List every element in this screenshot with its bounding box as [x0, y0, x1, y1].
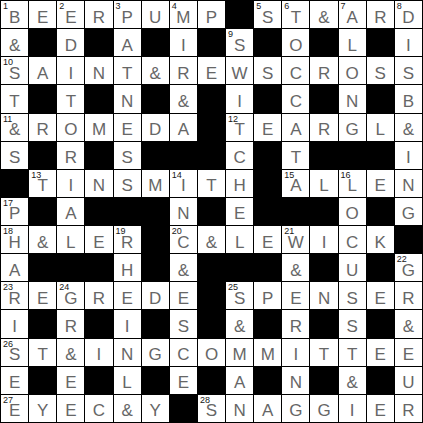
cell-r12c3[interactable]: I	[85, 339, 112, 366]
cell-letter: &	[150, 65, 161, 82]
cell-r4c5[interactable]: D	[142, 114, 169, 141]
cell-letter: L	[122, 374, 131, 391]
cell-letter: S	[234, 290, 245, 307]
cell-letter: E	[375, 290, 386, 307]
cell-r14c12[interactable]: I	[339, 395, 366, 422]
cell-letter: &	[318, 9, 329, 26]
cell-r8c2[interactable]: L	[57, 226, 84, 253]
cell-r7c0[interactable]: 17P	[1, 198, 28, 225]
cell-letter: H	[121, 262, 133, 279]
cell-letter: &	[178, 262, 189, 279]
cell-r1c4[interactable]: A	[114, 29, 141, 56]
cell-letter: R	[402, 290, 414, 307]
cell-letter: C	[93, 402, 105, 419]
cell-letter: G	[289, 402, 302, 419]
black-cell-r1c13	[367, 29, 394, 56]
cell-r4c10[interactable]: A	[282, 114, 309, 141]
cell-r8c0[interactable]: 18H	[1, 226, 28, 253]
cell-letter: S	[234, 37, 245, 54]
cell-letter: D	[402, 9, 414, 26]
cell-r7c8[interactable]: E	[226, 198, 253, 225]
cell-r4c3[interactable]: M	[85, 114, 112, 141]
cell-r1c2[interactable]: D	[57, 29, 84, 56]
cell-letter: D	[65, 37, 77, 54]
cell-r5c8[interactable]: C	[226, 142, 253, 169]
black-cell-r7c1	[29, 198, 56, 225]
cell-r9c4[interactable]: H	[114, 254, 141, 281]
cell-r12c13[interactable]: E	[367, 339, 394, 366]
cell-r6c1[interactable]: 13T	[29, 170, 56, 197]
cell-r6c14[interactable]: N	[395, 170, 422, 197]
cell-r4c12[interactable]: G	[339, 114, 366, 141]
clue-number-25: 25	[228, 282, 238, 292]
cell-letter: M	[92, 121, 106, 138]
cell-r12c5[interactable]: G	[142, 339, 169, 366]
cell-r2c0[interactable]: 10S	[1, 57, 28, 84]
black-cell-r9c2	[57, 254, 84, 281]
cell-r8c12[interactable]: C	[339, 226, 366, 253]
cell-letter: H	[233, 177, 245, 194]
cell-letter: L	[319, 177, 328, 194]
cell-r0c6[interactable]: 4M	[170, 1, 197, 28]
cell-letter: E	[37, 290, 48, 307]
cell-r8c13[interactable]: K	[367, 226, 394, 253]
cell-r6c7[interactable]: T	[198, 170, 225, 197]
cell-r0c9[interactable]: 5S	[254, 1, 281, 28]
cell-letter: A	[290, 121, 301, 138]
cell-r6c2[interactable]: I	[57, 170, 84, 197]
cell-r10c1[interactable]: E	[29, 282, 56, 309]
cell-r4c14[interactable]: &	[395, 114, 422, 141]
cell-r11c0[interactable]: I	[1, 310, 28, 337]
cell-r11c14[interactable]: &	[395, 310, 422, 337]
black-cell-r9c8	[226, 254, 253, 281]
black-cell-r4c7	[198, 114, 225, 141]
black-cell-r1c11	[310, 29, 337, 56]
black-cell-r13c9	[254, 367, 281, 394]
cell-letter: E	[178, 290, 189, 307]
cell-r10c11[interactable]: N	[310, 282, 337, 309]
cell-r8c6[interactable]: 20C	[170, 226, 197, 253]
cell-letter: R	[318, 65, 330, 82]
cell-r14c2[interactable]: E	[57, 395, 84, 422]
cell-r2c10[interactable]: C	[282, 57, 309, 84]
cell-letter: C	[233, 149, 245, 166]
cell-letter: N	[121, 346, 133, 363]
clue-number-19: 19	[116, 226, 126, 236]
cell-r13c0[interactable]: E	[1, 367, 28, 394]
clue-number-4: 4	[172, 1, 177, 11]
clue-number-6: 6	[284, 1, 289, 11]
cell-letter: &	[403, 318, 414, 335]
cell-letter: A	[178, 121, 189, 138]
cell-r5c10[interactable]: T	[282, 142, 309, 169]
cell-r10c13[interactable]: E	[367, 282, 394, 309]
cell-r9c6[interactable]: &	[170, 254, 197, 281]
cell-letter: Y	[37, 402, 48, 419]
cell-r2c1[interactable]: A	[29, 57, 56, 84]
cell-r1c8[interactable]: 9S	[226, 29, 253, 56]
cell-r2c5[interactable]: &	[142, 57, 169, 84]
cell-letter: N	[402, 177, 414, 194]
black-cell-r7c4	[114, 198, 141, 225]
cell-r4c1[interactable]: R	[29, 114, 56, 141]
cell-r2c6[interactable]: R	[170, 57, 197, 84]
cell-r9c14[interactable]: 22G	[395, 254, 422, 281]
cell-r13c4[interactable]: L	[114, 367, 141, 394]
cell-r12c0[interactable]: 26S	[1, 339, 28, 366]
cell-r3c10[interactable]: C	[282, 85, 309, 112]
cell-r1c0[interactable]: &	[1, 29, 28, 56]
black-cell-r13c1	[29, 367, 56, 394]
black-cell-r8c5	[142, 226, 169, 253]
cell-r4c11[interactable]: R	[310, 114, 337, 141]
cell-r8c10[interactable]: 21W	[282, 226, 309, 253]
cell-letter: R	[121, 234, 133, 251]
cell-r14c4[interactable]: &	[114, 395, 141, 422]
black-cell-r5c5	[142, 142, 169, 169]
cell-r9c10[interactable]: &	[282, 254, 309, 281]
cell-r12c9[interactable]: M	[254, 339, 281, 366]
black-cell-r3c13	[367, 85, 394, 112]
cell-letter: O	[346, 205, 359, 222]
cell-letter: I	[125, 318, 130, 335]
cell-r12c6[interactable]: C	[170, 339, 197, 366]
black-cell-r13c3	[85, 367, 112, 394]
black-cell-r7c9	[254, 198, 281, 225]
clue-number-16: 16	[341, 170, 351, 180]
cell-letter: I	[181, 177, 186, 194]
cell-r6c6[interactable]: 14I	[170, 170, 197, 197]
cell-r11c2[interactable]: R	[57, 310, 84, 337]
cell-r10c12[interactable]: S	[339, 282, 366, 309]
cell-letter: E	[65, 374, 76, 391]
cell-r8c3[interactable]: E	[85, 226, 112, 253]
cell-r12c4[interactable]: N	[114, 339, 141, 366]
cell-letter: G	[402, 262, 415, 279]
cell-letter: S	[346, 318, 357, 335]
cell-r4c13[interactable]: L	[367, 114, 394, 141]
cell-letter: O	[346, 65, 359, 82]
black-cell-r11c1	[29, 310, 56, 337]
cell-r12c1[interactable]: T	[29, 339, 56, 366]
cell-letter: &	[9, 121, 20, 138]
cell-letter: G	[402, 205, 415, 222]
cell-r3c6[interactable]: &	[170, 85, 197, 112]
cell-r0c12[interactable]: 7A	[339, 1, 366, 28]
clue-number-17: 17	[3, 198, 13, 208]
black-cell-r10c7	[198, 282, 225, 309]
cell-letter: I	[68, 177, 73, 194]
cell-r8c11[interactable]: I	[310, 226, 337, 253]
cell-letter: O	[64, 121, 77, 138]
cell-r4c9[interactable]: E	[254, 114, 281, 141]
cell-r1c14[interactable]: I	[395, 29, 422, 56]
cell-r10c9[interactable]: P	[254, 282, 281, 309]
cell-r5c2[interactable]: R	[57, 142, 84, 169]
cell-r6c13[interactable]: E	[367, 170, 394, 197]
cell-r3c8[interactable]: I	[226, 85, 253, 112]
cell-r2c8[interactable]: W	[226, 57, 253, 84]
cell-letter: R	[65, 149, 77, 166]
cell-r9c12[interactable]: U	[339, 254, 366, 281]
cell-r0c5[interactable]: U	[142, 1, 169, 28]
cell-r12c11[interactable]: T	[310, 339, 337, 366]
cell-r14c1[interactable]: Y	[29, 395, 56, 422]
cell-letter: A	[290, 177, 301, 194]
cell-r14c0[interactable]: 27E	[1, 395, 28, 422]
cell-r13c2[interactable]: E	[57, 367, 84, 394]
black-cell-r3c5	[142, 85, 169, 112]
cell-r6c12[interactable]: 16L	[339, 170, 366, 197]
cell-r2c9[interactable]: S	[254, 57, 281, 84]
cell-r12c10[interactable]: I	[282, 339, 309, 366]
cell-r2c2[interactable]: I	[57, 57, 84, 84]
cell-r10c4[interactable]: E	[114, 282, 141, 309]
black-cell-r7c11	[310, 198, 337, 225]
cell-letter: E	[262, 234, 273, 251]
cell-r7c2[interactable]: A	[57, 198, 84, 225]
cell-r14c3[interactable]: C	[85, 395, 112, 422]
cell-r12c12[interactable]: T	[339, 339, 366, 366]
clue-number-11: 11	[3, 114, 12, 124]
black-cell-r5c9	[254, 142, 281, 169]
cell-r10c8[interactable]: 25S	[226, 282, 253, 309]
cell-r12c8[interactable]: M	[226, 339, 253, 366]
cell-r8c4[interactable]: 19R	[114, 226, 141, 253]
black-cell-r13c7	[198, 367, 225, 394]
black-cell-r1c5	[142, 29, 169, 56]
cell-letter: N	[93, 65, 105, 82]
black-cell-r0c8	[226, 1, 253, 28]
cell-r3c2[interactable]: T	[57, 85, 84, 112]
cell-r6c5[interactable]: M	[142, 170, 169, 197]
cell-letter: L	[376, 121, 385, 138]
cell-r8c1[interactable]: &	[29, 226, 56, 253]
black-cell-r9c11	[310, 254, 337, 281]
cell-letter: A	[262, 402, 273, 419]
cell-letter: R	[402, 402, 414, 419]
black-cell-r1c1	[29, 29, 56, 56]
black-cell-r11c11	[310, 310, 337, 337]
cell-letter: I	[406, 149, 411, 166]
cell-letter: N	[318, 290, 330, 307]
cell-letter: K	[375, 234, 386, 251]
cell-letter: E	[121, 290, 132, 307]
cell-r0c14[interactable]: 8D	[395, 1, 422, 28]
cell-letter: &	[65, 346, 76, 363]
cell-r10c10[interactable]: E	[282, 282, 309, 309]
cell-r6c4[interactable]: S	[114, 170, 141, 197]
cell-letter: T	[122, 65, 132, 82]
cell-r1c10[interactable]: O	[282, 29, 309, 56]
cell-letter: M	[176, 9, 190, 26]
cell-r6c10[interactable]: 15A	[282, 170, 309, 197]
cell-letter: I	[97, 346, 102, 363]
cell-r13c12[interactable]: &	[339, 367, 366, 394]
cell-r10c6[interactable]: E	[170, 282, 197, 309]
cell-r14c14[interactable]: R	[395, 395, 422, 422]
cell-r6c11[interactable]: L	[310, 170, 337, 197]
cell-r6c8[interactable]: H	[226, 170, 253, 197]
cell-r12c7[interactable]: O	[198, 339, 225, 366]
cell-r13c6[interactable]: E	[170, 367, 197, 394]
cell-letter: G	[317, 402, 330, 419]
black-cell-r11c7	[198, 310, 225, 337]
cell-r11c4[interactable]: I	[114, 310, 141, 337]
cell-r14c7[interactable]: 28S	[198, 395, 225, 422]
black-cell-r13c13	[367, 367, 394, 394]
cell-r2c7[interactable]: E	[198, 57, 225, 84]
black-cell-r3c11	[310, 85, 337, 112]
cell-letter: N	[233, 402, 245, 419]
clue-number-8: 8	[397, 1, 402, 11]
black-cell-r9c9	[254, 254, 281, 281]
cell-letter: D	[149, 121, 161, 138]
cell-letter: P	[262, 290, 273, 307]
cell-r9c0[interactable]: A	[1, 254, 28, 281]
cell-letter: I	[350, 402, 355, 419]
cell-letter: I	[406, 37, 411, 54]
cell-letter: T	[9, 93, 19, 110]
cell-r7c6[interactable]: N	[170, 198, 197, 225]
cell-r5c0[interactable]: S	[1, 142, 28, 169]
clue-number-18: 18	[3, 226, 13, 236]
cell-r10c0[interactable]: 23R	[1, 282, 28, 309]
cell-r0c13[interactable]: R	[367, 1, 394, 28]
black-cell-r5c7	[198, 142, 225, 169]
black-cell-r1c3	[85, 29, 112, 56]
cell-letter: O	[205, 346, 218, 363]
cell-r0c2[interactable]: 2E	[57, 1, 84, 28]
cell-letter: E	[375, 346, 386, 363]
cell-r2c3[interactable]: N	[85, 57, 112, 84]
cell-letter: E	[178, 374, 189, 391]
black-cell-r6c9	[254, 170, 281, 197]
cell-r13c10[interactable]: N	[282, 367, 309, 394]
cell-r10c14[interactable]: R	[395, 282, 422, 309]
cell-r4c2[interactable]: O	[57, 114, 84, 141]
black-cell-r7c10	[282, 198, 309, 225]
cell-r4c8[interactable]: 12T	[226, 114, 253, 141]
cell-r10c3[interactable]: R	[85, 282, 112, 309]
cell-r1c12[interactable]: L	[339, 29, 366, 56]
cell-letter: T	[206, 177, 216, 194]
cell-r8c9[interactable]: E	[254, 226, 281, 253]
clue-number-13: 13	[31, 170, 41, 180]
cell-r1c6[interactable]: I	[170, 29, 197, 56]
cell-r2c11[interactable]: R	[310, 57, 337, 84]
cell-r0c10[interactable]: 6T	[282, 1, 309, 28]
cell-letter: P	[121, 9, 132, 26]
black-cell-r3c7	[198, 85, 225, 112]
cell-r0c3[interactable]: R	[85, 1, 112, 28]
cell-r2c13[interactable]: S	[367, 57, 394, 84]
cell-r5c14[interactable]: I	[395, 142, 422, 169]
cell-r14c9[interactable]: A	[254, 395, 281, 422]
cell-letter: R	[93, 9, 105, 26]
cell-letter: L	[347, 177, 356, 194]
clue-number-15: 15	[284, 170, 294, 180]
cell-r7c14[interactable]: G	[395, 198, 422, 225]
cell-letter: S	[9, 149, 20, 166]
cell-r11c10[interactable]: R	[282, 310, 309, 337]
cell-letter: E	[93, 234, 104, 251]
cell-r14c13[interactable]: E	[367, 395, 394, 422]
cell-r10c5[interactable]: D	[142, 282, 169, 309]
cell-r0c4[interactable]: 3P	[114, 1, 141, 28]
cell-letter: S	[9, 65, 20, 82]
black-cell-r9c13	[367, 254, 394, 281]
cell-r11c12[interactable]: S	[339, 310, 366, 337]
cell-letter: R	[177, 65, 189, 82]
cell-r8c7[interactable]: &	[198, 226, 225, 253]
cell-r5c4[interactable]: S	[114, 142, 141, 169]
cell-r11c8[interactable]: &	[226, 310, 253, 337]
cell-r14c8[interactable]: N	[226, 395, 253, 422]
cell-letter: &	[403, 121, 414, 138]
clue-number-9: 9	[228, 29, 233, 39]
cell-r8c8[interactable]: L	[226, 226, 253, 253]
cell-r0c1[interactable]: E	[29, 1, 56, 28]
cell-letter: G	[346, 121, 359, 138]
cell-r13c8[interactable]: A	[226, 367, 253, 394]
cell-letter: R	[93, 290, 105, 307]
cell-r0c0[interactable]: 1B	[1, 1, 28, 28]
cell-letter: &	[121, 402, 132, 419]
cell-r10c2[interactable]: 24G	[57, 282, 84, 309]
cell-r14c5[interactable]: Y	[142, 395, 169, 422]
cell-r13c14[interactable]: U	[395, 367, 422, 394]
cell-letter: A	[65, 205, 76, 222]
cell-letter: E	[403, 346, 414, 363]
black-cell-r5c1	[29, 142, 56, 169]
cell-r12c14[interactable]: E	[395, 339, 422, 366]
cell-r4c0[interactable]: 11&	[1, 114, 28, 141]
cell-r0c7[interactable]: P	[198, 1, 225, 28]
cell-r2c12[interactable]: O	[339, 57, 366, 84]
cell-letter: &	[178, 93, 189, 110]
cell-letter: S	[206, 402, 217, 419]
cell-r3c0[interactable]: T	[1, 85, 28, 112]
cell-r6c3[interactable]: N	[85, 170, 112, 197]
cell-r4c4[interactable]: E	[114, 114, 141, 141]
cell-r2c4[interactable]: T	[114, 57, 141, 84]
cell-r3c14[interactable]: B	[395, 85, 422, 112]
black-cell-r6c0	[1, 170, 28, 197]
black-cell-r11c13	[367, 310, 394, 337]
clue-number-3: 3	[116, 1, 121, 11]
cell-r0c11[interactable]: &	[310, 1, 337, 28]
cell-r7c12[interactable]: O	[339, 198, 366, 225]
cell-r12c2[interactable]: &	[57, 339, 84, 366]
cell-letter: E	[9, 402, 20, 419]
clue-number-26: 26	[3, 339, 13, 349]
cell-r3c12[interactable]: N	[339, 85, 366, 112]
clue-number-5: 5	[256, 1, 261, 11]
cell-letter: Y	[150, 402, 161, 419]
cell-letter: I	[294, 346, 299, 363]
cell-r14c11[interactable]: G	[310, 395, 337, 422]
cell-letter: C	[290, 65, 302, 82]
cell-r2c14[interactable]: S	[395, 57, 422, 84]
cell-r3c4[interactable]: N	[114, 85, 141, 112]
cell-r11c6[interactable]: S	[170, 310, 197, 337]
cell-r14c10[interactable]: G	[282, 395, 309, 422]
cell-r4c6[interactable]: A	[170, 114, 197, 141]
cell-letter: T	[291, 149, 301, 166]
clue-number-23: 23	[3, 282, 13, 292]
